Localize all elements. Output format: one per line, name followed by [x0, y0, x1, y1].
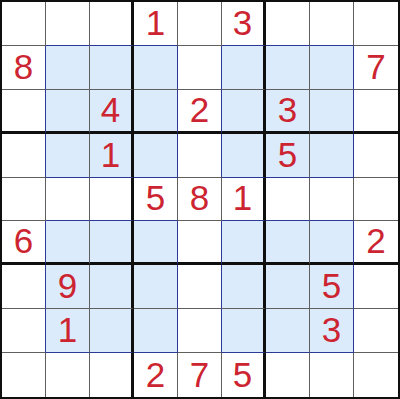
given-digit: 9	[58, 268, 77, 303]
cell-r2c5[interactable]	[178, 46, 222, 90]
cell-r3c6[interactable]	[222, 90, 266, 134]
cell-r6c7[interactable]	[266, 221, 310, 265]
cell-r9c7[interactable]	[266, 353, 310, 397]
given-digit: 8	[14, 49, 33, 84]
given-digit: 1	[58, 312, 77, 347]
cell-r5c3[interactable]	[90, 178, 134, 222]
cell-r2c2[interactable]	[46, 46, 90, 90]
cell-r6c6[interactable]	[222, 221, 266, 265]
cell-r3c2[interactable]	[46, 90, 90, 134]
cell-r3c5[interactable]: 2	[178, 90, 222, 134]
cell-r2c4[interactable]	[134, 46, 178, 90]
cell-r5c6[interactable]: 1	[222, 178, 266, 222]
cell-r7c9[interactable]	[354, 265, 398, 309]
cell-r1c9[interactable]	[354, 2, 398, 46]
cell-r9c5[interactable]: 7	[178, 353, 222, 397]
sudoku-board: 138742315581629513275	[0, 0, 400, 399]
cell-r1c2[interactable]	[46, 2, 90, 46]
cell-r6c9[interactable]: 2	[354, 221, 398, 265]
given-digit: 5	[322, 268, 341, 303]
cell-r7c5[interactable]	[178, 265, 222, 309]
cell-r4c3[interactable]: 1	[90, 134, 134, 178]
cell-r7c8[interactable]: 5	[310, 265, 354, 309]
sudoku-app: 138742315581629513275	[0, 0, 400, 399]
cell-r5c9[interactable]	[354, 178, 398, 222]
cell-r9c6[interactable]: 5	[222, 353, 266, 397]
cell-r2c9[interactable]: 7	[354, 46, 398, 90]
cell-r6c4[interactable]	[134, 221, 178, 265]
given-digit: 4	[101, 92, 120, 127]
given-digit: 7	[190, 357, 209, 392]
cell-r3c9[interactable]	[354, 90, 398, 134]
cell-r5c5[interactable]: 8	[178, 178, 222, 222]
cell-r4c6[interactable]	[222, 134, 266, 178]
cell-r1c6[interactable]: 3	[222, 2, 266, 46]
given-digit: 1	[101, 137, 120, 172]
cell-r3c3[interactable]: 4	[90, 90, 134, 134]
cell-r1c3[interactable]	[90, 2, 134, 46]
given-digit: 8	[190, 180, 209, 215]
cell-r8c2[interactable]: 1	[46, 309, 90, 353]
cell-r2c1[interactable]: 8	[2, 46, 46, 90]
cell-r6c2[interactable]	[46, 221, 90, 265]
cell-r6c5[interactable]	[178, 221, 222, 265]
given-digit: 3	[278, 92, 297, 127]
cell-r2c3[interactable]	[90, 46, 134, 90]
cell-r9c2[interactable]	[46, 353, 90, 397]
cell-r1c8[interactable]	[310, 2, 354, 46]
cell-r8c5[interactable]	[178, 309, 222, 353]
cell-r5c7[interactable]	[266, 178, 310, 222]
cell-r3c1[interactable]	[2, 90, 46, 134]
cell-r8c9[interactable]	[354, 309, 398, 353]
cell-r3c7[interactable]: 3	[266, 90, 310, 134]
cell-r1c1[interactable]	[2, 2, 46, 46]
cell-r9c3[interactable]	[90, 353, 134, 397]
cell-r9c4[interactable]: 2	[134, 353, 178, 397]
given-digit: 5	[278, 137, 297, 172]
given-digit: 2	[366, 223, 385, 258]
given-digit: 1	[146, 5, 165, 40]
cell-r6c3[interactable]	[90, 221, 134, 265]
cell-r5c8[interactable]	[310, 178, 354, 222]
cell-r7c7[interactable]	[266, 265, 310, 309]
cell-r8c7[interactable]	[266, 309, 310, 353]
cell-r4c4[interactable]	[134, 134, 178, 178]
cell-r5c1[interactable]	[2, 178, 46, 222]
cell-r9c9[interactable]	[354, 353, 398, 397]
cell-r4c9[interactable]	[354, 134, 398, 178]
cell-r2c7[interactable]	[266, 46, 310, 90]
cell-r2c6[interactable]	[222, 46, 266, 90]
cell-r8c3[interactable]	[90, 309, 134, 353]
cell-r2c8[interactable]	[310, 46, 354, 90]
given-digit: 1	[233, 180, 252, 215]
cell-r9c1[interactable]	[2, 353, 46, 397]
cell-r3c4[interactable]	[134, 90, 178, 134]
cell-r7c1[interactable]	[2, 265, 46, 309]
cell-r4c5[interactable]	[178, 134, 222, 178]
cell-r5c4[interactable]: 5	[134, 178, 178, 222]
given-digit: 3	[322, 312, 341, 347]
cell-r1c7[interactable]	[266, 2, 310, 46]
given-digit: 5	[233, 357, 252, 392]
given-digit: 2	[146, 357, 165, 392]
given-digit: 5	[146, 180, 165, 215]
cell-r6c1[interactable]: 6	[2, 221, 46, 265]
cell-r4c8[interactable]	[310, 134, 354, 178]
cell-r8c4[interactable]	[134, 309, 178, 353]
cell-r7c4[interactable]	[134, 265, 178, 309]
cell-r4c7[interactable]: 5	[266, 134, 310, 178]
given-digit: 6	[14, 223, 33, 258]
cell-r9c8[interactable]	[310, 353, 354, 397]
given-digit: 2	[190, 92, 209, 127]
cell-r5c2[interactable]	[46, 178, 90, 222]
cell-r4c1[interactable]	[2, 134, 46, 178]
cell-r4c2[interactable]	[46, 134, 90, 178]
cell-r8c8[interactable]: 3	[310, 309, 354, 353]
cell-r7c2[interactable]: 9	[46, 265, 90, 309]
cell-r1c5[interactable]	[178, 2, 222, 46]
cell-r7c6[interactable]	[222, 265, 266, 309]
cell-r6c8[interactable]	[310, 221, 354, 265]
cell-r7c3[interactable]	[90, 265, 134, 309]
given-digit: 3	[233, 5, 252, 40]
given-digit: 7	[366, 49, 385, 84]
cell-r8c1[interactable]	[2, 309, 46, 353]
cell-r8c6[interactable]	[222, 309, 266, 353]
cell-r1c4[interactable]: 1	[134, 2, 178, 46]
cell-r3c8[interactable]	[310, 90, 354, 134]
